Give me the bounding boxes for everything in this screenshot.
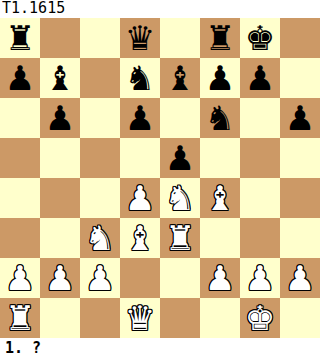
- square-b2[interactable]: ♟: [40, 258, 80, 298]
- square-a5[interactable]: [0, 138, 40, 178]
- square-e2[interactable]: [160, 258, 200, 298]
- square-f3[interactable]: [200, 218, 240, 258]
- piece-white-bishop[interactable]: ♝: [205, 178, 235, 218]
- square-d4[interactable]: ♟: [120, 178, 160, 218]
- square-h8[interactable]: [280, 18, 320, 58]
- square-a3[interactable]: [0, 218, 40, 258]
- square-f4[interactable]: ♝: [200, 178, 240, 218]
- piece-black-pawn[interactable]: ♟: [205, 58, 235, 98]
- square-g6[interactable]: [240, 98, 280, 138]
- square-h4[interactable]: [280, 178, 320, 218]
- square-e4[interactable]: ♞: [160, 178, 200, 218]
- square-b7[interactable]: ♝: [40, 58, 80, 98]
- square-a1[interactable]: ♜: [0, 298, 40, 338]
- square-a2[interactable]: ♟: [0, 258, 40, 298]
- square-d1[interactable]: ♛: [120, 298, 160, 338]
- square-b5[interactable]: [40, 138, 80, 178]
- square-c5[interactable]: [80, 138, 120, 178]
- square-c4[interactable]: [80, 178, 120, 218]
- square-a4[interactable]: [0, 178, 40, 218]
- square-a8[interactable]: ♜: [0, 18, 40, 58]
- square-a7[interactable]: ♟: [0, 58, 40, 98]
- piece-black-knight[interactable]: ♞: [205, 98, 235, 138]
- piece-white-rook[interactable]: ♜: [165, 218, 195, 258]
- square-c7[interactable]: [80, 58, 120, 98]
- square-b6[interactable]: ♟: [40, 98, 80, 138]
- square-b3[interactable]: [40, 218, 80, 258]
- square-h5[interactable]: [280, 138, 320, 178]
- square-d7[interactable]: ♞: [120, 58, 160, 98]
- square-g7[interactable]: ♟: [240, 58, 280, 98]
- piece-black-bishop[interactable]: ♝: [165, 58, 195, 98]
- square-e1[interactable]: [160, 298, 200, 338]
- piece-white-pawn[interactable]: ♟: [205, 258, 235, 298]
- square-g1[interactable]: ♚: [240, 298, 280, 338]
- piece-white-rook[interactable]: ♜: [5, 298, 35, 338]
- piece-white-pawn[interactable]: ♟: [125, 178, 155, 218]
- square-g8[interactable]: ♚: [240, 18, 280, 58]
- piece-black-queen[interactable]: ♛: [125, 18, 155, 58]
- move-prompt: 1. ?: [0, 338, 320, 360]
- square-c1[interactable]: [80, 298, 120, 338]
- chess-board: ♜♛♜♚♟♝♞♝♟♟♟♟♞♟♟♟♞♝♞♝♜♟♟♟♟♟♟♜♛♚: [0, 18, 320, 338]
- square-f7[interactable]: ♟: [200, 58, 240, 98]
- piece-black-pawn[interactable]: ♟: [165, 138, 195, 178]
- square-d6[interactable]: ♟: [120, 98, 160, 138]
- piece-black-bishop[interactable]: ♝: [45, 58, 75, 98]
- square-c2[interactable]: ♟: [80, 258, 120, 298]
- piece-white-pawn[interactable]: ♟: [245, 258, 275, 298]
- square-d8[interactable]: ♛: [120, 18, 160, 58]
- square-c8[interactable]: [80, 18, 120, 58]
- piece-black-rook[interactable]: ♜: [205, 18, 235, 58]
- square-f8[interactable]: ♜: [200, 18, 240, 58]
- piece-black-knight[interactable]: ♞: [125, 58, 155, 98]
- piece-white-knight[interactable]: ♞: [165, 178, 195, 218]
- square-g3[interactable]: [240, 218, 280, 258]
- square-b8[interactable]: [40, 18, 80, 58]
- square-f5[interactable]: [200, 138, 240, 178]
- square-g2[interactable]: ♟: [240, 258, 280, 298]
- piece-white-pawn[interactable]: ♟: [85, 258, 115, 298]
- piece-black-king[interactable]: ♚: [245, 18, 275, 58]
- piece-white-knight[interactable]: ♞: [85, 218, 115, 258]
- piece-black-pawn[interactable]: ♟: [125, 98, 155, 138]
- piece-black-pawn[interactable]: ♟: [45, 98, 75, 138]
- square-b1[interactable]: [40, 298, 80, 338]
- piece-white-king[interactable]: ♚: [245, 298, 275, 338]
- piece-white-bishop[interactable]: ♝: [125, 218, 155, 258]
- square-e6[interactable]: [160, 98, 200, 138]
- square-h3[interactable]: [280, 218, 320, 258]
- square-g4[interactable]: [240, 178, 280, 218]
- square-f1[interactable]: [200, 298, 240, 338]
- square-g5[interactable]: [240, 138, 280, 178]
- square-f6[interactable]: ♞: [200, 98, 240, 138]
- piece-black-pawn[interactable]: ♟: [5, 58, 35, 98]
- square-d2[interactable]: [120, 258, 160, 298]
- piece-black-pawn[interactable]: ♟: [245, 58, 275, 98]
- square-h1[interactable]: [280, 298, 320, 338]
- square-d5[interactable]: [120, 138, 160, 178]
- square-h6[interactable]: ♟: [280, 98, 320, 138]
- chess-puzzle-app: T1.1615 ♜♛♜♚♟♝♞♝♟♟♟♟♞♟♟♟♞♝♞♝♜♟♟♟♟♟♟♜♛♚ 1…: [0, 0, 320, 360]
- piece-black-rook[interactable]: ♜: [5, 18, 35, 58]
- square-e3[interactable]: ♜: [160, 218, 200, 258]
- piece-black-pawn[interactable]: ♟: [285, 98, 315, 138]
- square-e7[interactable]: ♝: [160, 58, 200, 98]
- square-d3[interactable]: ♝: [120, 218, 160, 258]
- square-f2[interactable]: ♟: [200, 258, 240, 298]
- square-c6[interactable]: [80, 98, 120, 138]
- puzzle-id-title: T1.1615: [0, 0, 320, 18]
- square-c3[interactable]: ♞: [80, 218, 120, 258]
- square-e8[interactable]: [160, 18, 200, 58]
- piece-white-pawn[interactable]: ♟: [5, 258, 35, 298]
- piece-white-pawn[interactable]: ♟: [45, 258, 75, 298]
- square-b4[interactable]: [40, 178, 80, 218]
- piece-white-pawn[interactable]: ♟: [285, 258, 315, 298]
- square-e5[interactable]: ♟: [160, 138, 200, 178]
- piece-white-queen[interactable]: ♛: [125, 298, 155, 338]
- square-h7[interactable]: [280, 58, 320, 98]
- square-h2[interactable]: ♟: [280, 258, 320, 298]
- square-a6[interactable]: [0, 98, 40, 138]
